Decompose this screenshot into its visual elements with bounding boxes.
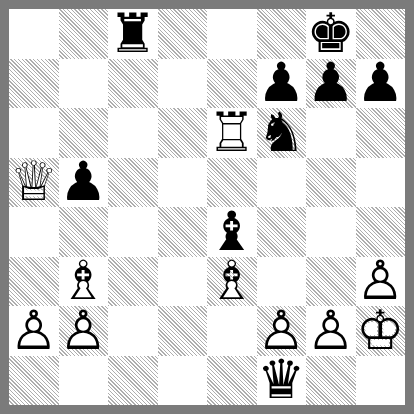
square-h1[interactable] <box>356 356 406 406</box>
square-b2[interactable]: ♟♙ <box>59 306 109 356</box>
square-g4[interactable] <box>306 207 356 257</box>
square-c4[interactable] <box>108 207 158 257</box>
square-d1[interactable] <box>158 356 208 406</box>
square-e1[interactable] <box>207 356 257 406</box>
piece-black-rook-c8[interactable]: ♜ <box>108 9 158 59</box>
square-d8[interactable] <box>158 9 208 59</box>
square-a1[interactable] <box>9 356 59 406</box>
square-d4[interactable] <box>158 207 208 257</box>
white-rook-icon: ♖ <box>207 108 257 158</box>
square-b7[interactable] <box>59 59 109 109</box>
piece-white-pawn-g2[interactable]: ♟♙ <box>306 306 356 356</box>
square-g2[interactable]: ♟♙ <box>306 306 356 356</box>
square-c3[interactable] <box>108 257 158 307</box>
square-a4[interactable] <box>9 207 59 257</box>
square-g7[interactable]: ♟ <box>306 59 356 109</box>
piece-black-pawn-b5[interactable]: ♟ <box>59 158 109 208</box>
piece-white-bishop-e3[interactable]: ♝♗ <box>207 257 257 307</box>
piece-white-pawn-a2[interactable]: ♟♙ <box>9 306 59 356</box>
square-f1[interactable]: ♛ <box>257 356 307 406</box>
square-d6[interactable] <box>158 108 208 158</box>
square-d5[interactable] <box>158 158 208 208</box>
piece-black-pawn-h7[interactable]: ♟ <box>356 59 406 109</box>
square-d2[interactable] <box>158 306 208 356</box>
square-c1[interactable] <box>108 356 158 406</box>
square-g1[interactable] <box>306 356 356 406</box>
piece-black-pawn-g7[interactable]: ♟ <box>306 59 356 109</box>
piece-black-knight-f6[interactable]: ♞ <box>257 108 307 158</box>
square-e6[interactable]: ♜♖ <box>207 108 257 158</box>
square-h7[interactable]: ♟ <box>356 59 406 109</box>
piece-white-pawn-b2[interactable]: ♟♙ <box>59 306 109 356</box>
square-e2[interactable] <box>207 306 257 356</box>
chess-board: ♜♚♟♟♟♜♖♞♛♕♟♝♝♗♝♗♟♙♟♙♟♙♟♙♟♙♚♔♛ <box>9 9 405 405</box>
board-frame: ♜♚♟♟♟♜♖♞♛♕♟♝♝♗♝♗♟♙♟♙♟♙♟♙♟♙♚♔♛ <box>0 0 414 414</box>
square-c8[interactable]: ♜ <box>108 9 158 59</box>
square-e8[interactable] <box>207 9 257 59</box>
square-e3[interactable]: ♝♗ <box>207 257 257 307</box>
square-a2[interactable]: ♟♙ <box>9 306 59 356</box>
square-d7[interactable] <box>158 59 208 109</box>
square-c2[interactable] <box>108 306 158 356</box>
square-a7[interactable] <box>9 59 59 109</box>
square-c6[interactable] <box>108 108 158 158</box>
square-f5[interactable] <box>257 158 307 208</box>
piece-black-queen-f1[interactable]: ♛ <box>257 356 307 406</box>
piece-white-rook-e6[interactable]: ♜♖ <box>207 108 257 158</box>
white-king-icon: ♔ <box>356 306 406 356</box>
black-pawn-icon: ♟ <box>306 59 356 109</box>
square-h6[interactable] <box>356 108 406 158</box>
square-c7[interactable] <box>108 59 158 109</box>
square-a8[interactable] <box>9 9 59 59</box>
square-f6[interactable]: ♞ <box>257 108 307 158</box>
black-pawn-icon: ♟ <box>59 158 109 208</box>
square-b8[interactable] <box>59 9 109 59</box>
white-pawn-icon: ♙ <box>306 306 356 356</box>
square-d3[interactable] <box>158 257 208 307</box>
square-h2[interactable]: ♚♔ <box>356 306 406 356</box>
black-knight-icon: ♞ <box>257 108 307 158</box>
white-queen-icon: ♕ <box>9 158 59 208</box>
square-b5[interactable]: ♟ <box>59 158 109 208</box>
white-bishop-icon: ♗ <box>207 257 257 307</box>
square-a5[interactable]: ♛♕ <box>9 158 59 208</box>
black-pawn-icon: ♟ <box>356 59 406 109</box>
square-g6[interactable] <box>306 108 356 158</box>
square-f4[interactable] <box>257 207 307 257</box>
black-queen-icon: ♛ <box>257 356 307 406</box>
piece-white-king-h2[interactable]: ♚♔ <box>356 306 406 356</box>
square-h5[interactable] <box>356 158 406 208</box>
white-pawn-icon: ♙ <box>9 306 59 356</box>
square-c5[interactable] <box>108 158 158 208</box>
square-g5[interactable] <box>306 158 356 208</box>
white-pawn-icon: ♙ <box>59 306 109 356</box>
black-rook-icon: ♜ <box>108 9 158 59</box>
square-b1[interactable] <box>59 356 109 406</box>
piece-white-queen-a5[interactable]: ♛♕ <box>9 158 59 208</box>
